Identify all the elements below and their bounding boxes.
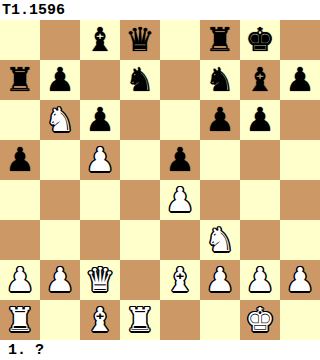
square-h6[interactable] — [280, 100, 320, 140]
square-a7[interactable]: ♜ — [0, 60, 40, 100]
square-b4[interactable] — [40, 180, 80, 220]
square-h5[interactable] — [280, 140, 320, 180]
square-e5[interactable]: ♟ — [160, 140, 200, 180]
square-f2[interactable]: ♟ — [200, 260, 240, 300]
square-e3[interactable] — [160, 220, 200, 260]
black-king-piece[interactable]: ♚ — [245, 20, 275, 60]
square-g6[interactable]: ♟ — [240, 100, 280, 140]
white-knight-piece[interactable]: ♞ — [45, 100, 75, 140]
black-bishop-piece[interactable]: ♝ — [85, 20, 115, 60]
square-b3[interactable] — [40, 220, 80, 260]
black-rook-piece[interactable]: ♜ — [205, 20, 235, 60]
square-h1[interactable] — [280, 300, 320, 340]
square-g5[interactable] — [240, 140, 280, 180]
square-h7[interactable]: ♟ — [280, 60, 320, 100]
square-h2[interactable]: ♟ — [280, 260, 320, 300]
black-pawn-piece[interactable]: ♟ — [85, 100, 115, 140]
square-c1[interactable]: ♝ — [80, 300, 120, 340]
square-b8[interactable] — [40, 20, 80, 60]
square-g2[interactable]: ♟ — [240, 260, 280, 300]
square-f3[interactable]: ♞ — [200, 220, 240, 260]
square-e6[interactable] — [160, 100, 200, 140]
white-rook-piece[interactable]: ♜ — [5, 300, 35, 340]
square-c3[interactable] — [80, 220, 120, 260]
square-f4[interactable] — [200, 180, 240, 220]
puzzle-id: T1.1596 — [0, 0, 320, 20]
square-f7[interactable]: ♞ — [200, 60, 240, 100]
square-c4[interactable] — [80, 180, 120, 220]
black-rook-piece[interactable]: ♜ — [5, 60, 35, 100]
square-b1[interactable] — [40, 300, 80, 340]
black-bishop-piece[interactable]: ♝ — [245, 60, 275, 100]
black-knight-piece[interactable]: ♞ — [205, 60, 235, 100]
square-g1[interactable]: ♚ — [240, 300, 280, 340]
square-b7[interactable]: ♟ — [40, 60, 80, 100]
black-pawn-piece[interactable]: ♟ — [165, 140, 195, 180]
square-e2[interactable]: ♝ — [160, 260, 200, 300]
square-d8[interactable]: ♛ — [120, 20, 160, 60]
white-rook-piece[interactable]: ♜ — [125, 300, 155, 340]
square-c7[interactable] — [80, 60, 120, 100]
chess-board: ♝♛♜♚♜♟♞♞♝♟♞♟♟♟♟♟♟♟♞♟♟♛♝♟♟♟♜♝♜♚ — [0, 20, 320, 340]
square-d4[interactable] — [120, 180, 160, 220]
white-pawn-piece[interactable]: ♟ — [45, 260, 75, 300]
black-pawn-piece[interactable]: ♟ — [285, 60, 315, 100]
square-b6[interactable]: ♞ — [40, 100, 80, 140]
black-queen-piece[interactable]: ♛ — [125, 20, 155, 60]
white-king-piece[interactable]: ♚ — [245, 300, 275, 340]
square-h4[interactable] — [280, 180, 320, 220]
square-f6[interactable]: ♟ — [200, 100, 240, 140]
square-h3[interactable] — [280, 220, 320, 260]
square-a1[interactable]: ♜ — [0, 300, 40, 340]
square-h8[interactable] — [280, 20, 320, 60]
square-b2[interactable]: ♟ — [40, 260, 80, 300]
square-g4[interactable] — [240, 180, 280, 220]
square-d7[interactable]: ♞ — [120, 60, 160, 100]
white-pawn-piece[interactable]: ♟ — [165, 180, 195, 220]
square-d2[interactable] — [120, 260, 160, 300]
move-prompt-label: 1. ? — [8, 342, 44, 359]
square-e1[interactable] — [160, 300, 200, 340]
square-f8[interactable]: ♜ — [200, 20, 240, 60]
square-c5[interactable]: ♟ — [80, 140, 120, 180]
black-pawn-piece[interactable]: ♟ — [205, 100, 235, 140]
white-pawn-piece[interactable]: ♟ — [285, 260, 315, 300]
square-a6[interactable] — [0, 100, 40, 140]
square-f1[interactable] — [200, 300, 240, 340]
square-a4[interactable] — [0, 180, 40, 220]
white-knight-piece[interactable]: ♞ — [205, 220, 235, 260]
square-a3[interactable] — [0, 220, 40, 260]
white-pawn-piece[interactable]: ♟ — [5, 260, 35, 300]
black-pawn-piece[interactable]: ♟ — [245, 100, 275, 140]
white-bishop-piece[interactable]: ♝ — [165, 260, 195, 300]
square-g8[interactable]: ♚ — [240, 20, 280, 60]
square-d5[interactable] — [120, 140, 160, 180]
white-pawn-piece[interactable]: ♟ — [205, 260, 235, 300]
square-a2[interactable]: ♟ — [0, 260, 40, 300]
black-pawn-piece[interactable]: ♟ — [5, 140, 35, 180]
square-d6[interactable] — [120, 100, 160, 140]
white-pawn-piece[interactable]: ♟ — [245, 260, 275, 300]
square-a5[interactable]: ♟ — [0, 140, 40, 180]
puzzle-id-label: T1.1596 — [2, 2, 65, 19]
square-c2[interactable]: ♛ — [80, 260, 120, 300]
square-c8[interactable]: ♝ — [80, 20, 120, 60]
white-pawn-piece[interactable]: ♟ — [85, 140, 115, 180]
square-e8[interactable] — [160, 20, 200, 60]
square-d3[interactable] — [120, 220, 160, 260]
white-queen-piece[interactable]: ♛ — [85, 260, 115, 300]
square-g3[interactable] — [240, 220, 280, 260]
move-prompt: 1. ? — [0, 340, 320, 360]
square-a8[interactable] — [0, 20, 40, 60]
black-knight-piece[interactable]: ♞ — [125, 60, 155, 100]
square-g7[interactable]: ♝ — [240, 60, 280, 100]
square-c6[interactable]: ♟ — [80, 100, 120, 140]
square-e4[interactable]: ♟ — [160, 180, 200, 220]
white-bishop-piece[interactable]: ♝ — [85, 300, 115, 340]
square-d1[interactable]: ♜ — [120, 300, 160, 340]
black-pawn-piece[interactable]: ♟ — [45, 60, 75, 100]
square-f5[interactable] — [200, 140, 240, 180]
square-b5[interactable] — [40, 140, 80, 180]
square-e7[interactable] — [160, 60, 200, 100]
